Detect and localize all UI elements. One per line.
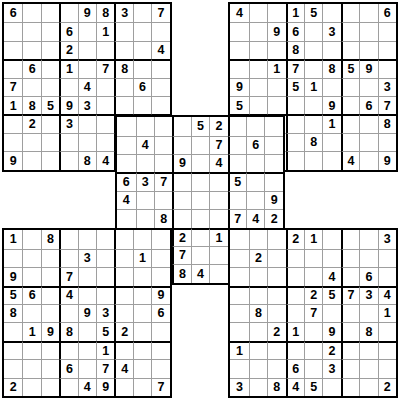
- empty-cell[interactable]: [114, 286, 132, 304]
- empty-cell[interactable]: [59, 249, 77, 267]
- empty-cell[interactable]: [341, 267, 359, 285]
- given-cell: 5: [41, 96, 59, 114]
- empty-cell[interactable]: [322, 304, 340, 322]
- empty-cell[interactable]: [59, 133, 77, 151]
- empty-cell[interactable]: [154, 136, 172, 154]
- empty-cell[interactable]: [359, 4, 377, 22]
- empty-cell[interactable]: [304, 249, 322, 267]
- given-cell: 6: [22, 286, 40, 304]
- given-cell: 2: [304, 286, 322, 304]
- empty-cell[interactable]: [151, 359, 169, 377]
- empty-cell[interactable]: [341, 249, 359, 267]
- empty-cell[interactable]: [172, 209, 190, 227]
- empty-cell[interactable]: [359, 249, 377, 267]
- given-cell: 6: [246, 136, 264, 154]
- empty-cell[interactable]: [246, 172, 264, 190]
- given-cell: 8: [322, 59, 340, 77]
- empty-cell[interactable]: [133, 59, 151, 77]
- given-cell: 2: [22, 114, 40, 132]
- empty-cell[interactable]: [341, 359, 359, 377]
- empty-cell[interactable]: [341, 304, 359, 322]
- given-cell: 1: [4, 96, 22, 114]
- empty-cell[interactable]: [378, 41, 396, 59]
- empty-cell[interactable]: [117, 117, 135, 135]
- empty-cell[interactable]: [191, 136, 209, 154]
- given-cell: 4: [286, 378, 304, 396]
- empty-cell[interactable]: [41, 304, 59, 322]
- empty-cell[interactable]: [133, 304, 151, 322]
- empty-cell[interactable]: [304, 359, 322, 377]
- given-cell: 7: [172, 246, 190, 264]
- empty-cell[interactable]: [78, 133, 96, 151]
- empty-cell[interactable]: [78, 341, 96, 359]
- empty-cell[interactable]: [136, 209, 154, 227]
- empty-cell[interactable]: [172, 117, 190, 135]
- empty-cell[interactable]: [267, 4, 285, 22]
- empty-cell[interactable]: [264, 136, 282, 154]
- empty-cell[interactable]: [286, 151, 304, 169]
- given-cell: 1: [209, 228, 227, 246]
- empty-cell[interactable]: [246, 154, 264, 172]
- empty-cell[interactable]: [59, 378, 77, 396]
- empty-cell[interactable]: [304, 59, 322, 77]
- given-cell: 8: [172, 264, 190, 282]
- empty-cell[interactable]: [78, 41, 96, 59]
- empty-cell[interactable]: [230, 286, 248, 304]
- empty-cell[interactable]: [22, 230, 40, 248]
- empty-cell[interactable]: [322, 378, 340, 396]
- empty-cell[interactable]: [378, 249, 396, 267]
- empty-cell[interactable]: [41, 286, 59, 304]
- empty-cell[interactable]: [114, 41, 132, 59]
- given-cell: 1: [96, 341, 114, 359]
- empty-cell[interactable]: [133, 230, 151, 248]
- empty-cell[interactable]: [78, 322, 96, 340]
- empty-cell[interactable]: [41, 59, 59, 77]
- empty-cell[interactable]: [191, 191, 209, 209]
- empty-cell[interactable]: [359, 359, 377, 377]
- empty-cell[interactable]: [267, 267, 285, 285]
- given-cell: 6: [133, 78, 151, 96]
- given-cell: 8: [286, 41, 304, 59]
- empty-cell[interactable]: [133, 286, 151, 304]
- empty-cell[interactable]: [304, 341, 322, 359]
- empty-cell[interactable]: [378, 267, 396, 285]
- given-cell: 6: [286, 22, 304, 40]
- given-cell: 9: [151, 286, 169, 304]
- empty-cell[interactable]: [264, 117, 282, 135]
- empty-cell[interactable]: [191, 154, 209, 172]
- empty-cell[interactable]: [230, 304, 248, 322]
- empty-cell[interactable]: [78, 359, 96, 377]
- empty-cell[interactable]: [209, 191, 227, 209]
- empty-cell[interactable]: [249, 359, 267, 377]
- empty-cell[interactable]: [209, 172, 227, 190]
- given-cell: 3: [114, 4, 132, 22]
- empty-cell[interactable]: [172, 191, 190, 209]
- given-cell: 7: [154, 172, 172, 190]
- empty-cell[interactable]: [359, 151, 377, 169]
- given-cell: 3: [322, 22, 340, 40]
- given-cell: 7: [209, 136, 227, 154]
- given-cell: 3: [78, 96, 96, 114]
- empty-cell[interactable]: [136, 117, 154, 135]
- given-cell: 4: [78, 378, 96, 396]
- empty-cell[interactable]: [230, 22, 248, 40]
- empty-cell[interactable]: [59, 4, 77, 22]
- empty-cell[interactable]: [59, 230, 77, 248]
- given-cell: 6: [4, 4, 22, 22]
- empty-cell[interactable]: [304, 22, 322, 40]
- empty-cell[interactable]: [286, 267, 304, 285]
- empty-cell[interactable]: [4, 341, 22, 359]
- empty-cell[interactable]: [341, 96, 359, 114]
- empty-cell[interactable]: [341, 322, 359, 340]
- empty-cell[interactable]: [322, 151, 340, 169]
- empty-cell[interactable]: [249, 4, 267, 22]
- empty-cell[interactable]: [359, 133, 377, 151]
- given-cell: 9: [4, 267, 22, 285]
- empty-cell[interactable]: [114, 230, 132, 248]
- empty-cell[interactable]: [267, 304, 285, 322]
- empty-cell[interactable]: [41, 41, 59, 59]
- empty-cell[interactable]: [322, 133, 340, 151]
- empty-cell[interactable]: [114, 341, 132, 359]
- given-cell: 3: [136, 172, 154, 190]
- empty-cell[interactable]: [22, 4, 40, 22]
- grid-bottom-right: 213246257348712198126338452: [228, 228, 398, 398]
- given-cell: 6: [59, 359, 77, 377]
- empty-cell[interactable]: [41, 151, 59, 169]
- empty-cell[interactable]: [230, 59, 248, 77]
- given-cell: 9: [359, 59, 377, 77]
- given-cell: 4: [378, 286, 396, 304]
- empty-cell[interactable]: [78, 267, 96, 285]
- empty-cell[interactable]: [304, 322, 322, 340]
- empty-cell[interactable]: [22, 341, 40, 359]
- empty-cell[interactable]: [133, 359, 151, 377]
- empty-cell[interactable]: [359, 378, 377, 396]
- empty-cell[interactable]: [267, 286, 285, 304]
- empty-cell[interactable]: [96, 78, 114, 96]
- empty-cell[interactable]: [267, 41, 285, 59]
- empty-cell[interactable]: [209, 264, 227, 282]
- given-cell: 5: [322, 286, 340, 304]
- empty-cell[interactable]: [264, 172, 282, 190]
- empty-cell[interactable]: [267, 96, 285, 114]
- empty-cell[interactable]: [114, 267, 132, 285]
- empty-cell[interactable]: [117, 154, 135, 172]
- empty-cell[interactable]: [341, 341, 359, 359]
- empty-cell[interactable]: [41, 267, 59, 285]
- empty-cell[interactable]: [378, 359, 396, 377]
- empty-cell[interactable]: [230, 41, 248, 59]
- empty-cell[interactable]: [78, 286, 96, 304]
- empty-cell[interactable]: [151, 78, 169, 96]
- empty-cell[interactable]: [286, 133, 304, 151]
- empty-cell[interactable]: [304, 114, 322, 132]
- empty-cell[interactable]: [41, 22, 59, 40]
- empty-cell[interactable]: [341, 114, 359, 132]
- empty-cell[interactable]: [4, 133, 22, 151]
- empty-cell[interactable]: [133, 378, 151, 396]
- given-cell: 4: [341, 151, 359, 169]
- empty-cell[interactable]: [22, 359, 40, 377]
- empty-cell[interactable]: [41, 114, 59, 132]
- empty-cell[interactable]: [304, 41, 322, 59]
- given-cell: 7: [59, 267, 77, 285]
- given-cell: 9: [264, 191, 282, 209]
- given-cell: 7: [96, 359, 114, 377]
- given-cell: 8: [22, 96, 40, 114]
- empty-cell[interactable]: [151, 341, 169, 359]
- given-cell: 6: [117, 172, 135, 190]
- given-cell: 9: [322, 322, 340, 340]
- empty-cell[interactable]: [249, 22, 267, 40]
- empty-cell[interactable]: [191, 209, 209, 227]
- empty-cell[interactable]: [249, 341, 267, 359]
- empty-cell[interactable]: [341, 378, 359, 396]
- given-cell: 8: [359, 322, 377, 340]
- empty-cell[interactable]: [341, 78, 359, 96]
- empty-cell[interactable]: [133, 96, 151, 114]
- grid-bottom-left: 183197564989361985216742497: [2, 228, 172, 398]
- empty-cell[interactable]: [322, 249, 340, 267]
- empty-cell[interactable]: [117, 209, 135, 227]
- given-cell: 4: [209, 154, 227, 172]
- empty-cell[interactable]: [209, 246, 227, 264]
- given-cell: 8: [304, 133, 322, 151]
- empty-cell[interactable]: [249, 322, 267, 340]
- empty-cell[interactable]: [230, 322, 248, 340]
- empty-cell[interactable]: [114, 78, 132, 96]
- given-cell: 1: [133, 249, 151, 267]
- empty-cell[interactable]: [151, 59, 169, 77]
- empty-cell[interactable]: [22, 22, 40, 40]
- empty-cell[interactable]: [209, 209, 227, 227]
- empty-cell[interactable]: [264, 154, 282, 172]
- empty-cell[interactable]: [4, 359, 22, 377]
- empty-cell[interactable]: [378, 322, 396, 340]
- empty-cell[interactable]: [22, 378, 40, 396]
- empty-cell[interactable]: [341, 22, 359, 40]
- empty-cell[interactable]: [4, 322, 22, 340]
- empty-cell[interactable]: [114, 96, 132, 114]
- empty-cell[interactable]: [59, 78, 77, 96]
- empty-cell[interactable]: [249, 378, 267, 396]
- empty-cell[interactable]: [378, 341, 396, 359]
- empty-cell[interactable]: [341, 4, 359, 22]
- empty-cell[interactable]: [172, 136, 190, 154]
- empty-cell[interactable]: [133, 4, 151, 22]
- empty-cell[interactable]: [249, 230, 267, 248]
- empty-cell[interactable]: [228, 191, 246, 209]
- empty-cell[interactable]: [151, 249, 169, 267]
- empty-cell[interactable]: [114, 378, 132, 396]
- empty-cell[interactable]: [41, 359, 59, 377]
- empty-cell[interactable]: [22, 133, 40, 151]
- empty-cell[interactable]: [246, 191, 264, 209]
- empty-cell[interactable]: [151, 96, 169, 114]
- given-cell: 2: [322, 341, 340, 359]
- empty-cell[interactable]: [41, 78, 59, 96]
- given-cell: 1: [286, 4, 304, 22]
- given-cell: 6: [286, 359, 304, 377]
- empty-cell[interactable]: [136, 154, 154, 172]
- empty-cell[interactable]: [249, 267, 267, 285]
- empty-cell[interactable]: [133, 22, 151, 40]
- empty-cell[interactable]: [267, 359, 285, 377]
- empty-cell[interactable]: [230, 249, 248, 267]
- empty-cell[interactable]: [4, 114, 22, 132]
- empty-cell[interactable]: [286, 286, 304, 304]
- empty-cell[interactable]: [22, 267, 40, 285]
- empty-cell[interactable]: [267, 230, 285, 248]
- empty-cell[interactable]: [59, 151, 77, 169]
- empty-cell[interactable]: [59, 304, 77, 322]
- empty-cell[interactable]: [41, 4, 59, 22]
- empty-cell[interactable]: [96, 267, 114, 285]
- empty-cell[interactable]: [154, 191, 172, 209]
- empty-cell[interactable]: [78, 114, 96, 132]
- given-cell: 2: [249, 249, 267, 267]
- empty-cell[interactable]: [96, 249, 114, 267]
- empty-cell[interactable]: [322, 41, 340, 59]
- empty-cell[interactable]: [286, 249, 304, 267]
- empty-cell[interactable]: [41, 249, 59, 267]
- empty-cell[interactable]: [322, 78, 340, 96]
- empty-cell[interactable]: [249, 41, 267, 59]
- empty-cell[interactable]: [267, 249, 285, 267]
- empty-cell[interactable]: [230, 267, 248, 285]
- empty-cell[interactable]: [151, 267, 169, 285]
- empty-cell[interactable]: [267, 78, 285, 96]
- empty-cell[interactable]: [151, 230, 169, 248]
- given-cell: 9: [172, 154, 190, 172]
- empty-cell[interactable]: [114, 249, 132, 267]
- empty-cell[interactable]: [249, 78, 267, 96]
- empty-cell[interactable]: [304, 151, 322, 169]
- given-cell: 7: [151, 4, 169, 22]
- empty-cell[interactable]: [117, 136, 135, 154]
- empty-cell[interactable]: [286, 341, 304, 359]
- empty-cell[interactable]: [151, 22, 169, 40]
- empty-cell[interactable]: [22, 304, 40, 322]
- empty-cell[interactable]: [136, 191, 154, 209]
- empty-cell[interactable]: [78, 230, 96, 248]
- empty-cell[interactable]: [249, 59, 267, 77]
- given-cell: 8: [378, 114, 396, 132]
- empty-cell[interactable]: [41, 341, 59, 359]
- empty-cell[interactable]: [41, 133, 59, 151]
- empty-cell[interactable]: [96, 41, 114, 59]
- empty-cell[interactable]: [114, 304, 132, 322]
- empty-cell[interactable]: [341, 41, 359, 59]
- empty-cell[interactable]: [249, 286, 267, 304]
- empty-cell[interactable]: [378, 59, 396, 77]
- empty-cell[interactable]: [78, 59, 96, 77]
- empty-cell[interactable]: [359, 341, 377, 359]
- empty-cell[interactable]: [191, 246, 209, 264]
- given-cell: 2: [286, 230, 304, 248]
- empty-cell[interactable]: [378, 22, 396, 40]
- empty-cell[interactable]: [96, 133, 114, 151]
- empty-cell[interactable]: [4, 41, 22, 59]
- given-cell: 6: [59, 22, 77, 40]
- empty-cell[interactable]: [286, 114, 304, 132]
- empty-cell[interactable]: [172, 172, 190, 190]
- empty-cell[interactable]: [154, 154, 172, 172]
- empty-cell[interactable]: [4, 59, 22, 77]
- empty-cell[interactable]: [41, 378, 59, 396]
- empty-cell[interactable]: [322, 4, 340, 22]
- empty-cell[interactable]: [359, 41, 377, 59]
- empty-cell[interactable]: [154, 117, 172, 135]
- empty-cell[interactable]: [22, 41, 40, 59]
- empty-cell[interactable]: [359, 114, 377, 132]
- empty-cell[interactable]: [78, 22, 96, 40]
- empty-cell[interactable]: [322, 230, 340, 248]
- empty-cell[interactable]: [114, 22, 132, 40]
- empty-cell[interactable]: [304, 96, 322, 114]
- given-cell: 5: [230, 96, 248, 114]
- empty-cell[interactable]: [133, 41, 151, 59]
- empty-cell[interactable]: [359, 304, 377, 322]
- given-cell: 9: [78, 304, 96, 322]
- empty-cell[interactable]: [341, 230, 359, 248]
- empty-cell[interactable]: [22, 78, 40, 96]
- empty-cell[interactable]: [59, 341, 77, 359]
- empty-cell[interactable]: [151, 322, 169, 340]
- given-cell: 6: [359, 267, 377, 285]
- given-cell: 5: [191, 117, 209, 135]
- empty-cell[interactable]: [286, 96, 304, 114]
- given-cell: 5: [304, 378, 322, 396]
- empty-cell[interactable]: [133, 341, 151, 359]
- empty-cell[interactable]: [378, 133, 396, 151]
- empty-cell[interactable]: [96, 114, 114, 132]
- empty-cell[interactable]: [4, 249, 22, 267]
- given-cell: 4: [322, 267, 340, 285]
- empty-cell[interactable]: [133, 267, 151, 285]
- empty-cell[interactable]: [359, 22, 377, 40]
- empty-cell[interactable]: [228, 117, 246, 135]
- empty-cell[interactable]: [133, 322, 151, 340]
- empty-cell[interactable]: [4, 22, 22, 40]
- empty-cell[interactable]: [359, 230, 377, 248]
- empty-cell[interactable]: [230, 230, 248, 248]
- given-cell: 4: [191, 264, 209, 282]
- empty-cell[interactable]: [96, 286, 114, 304]
- empty-cell[interactable]: [96, 96, 114, 114]
- given-cell: 8: [78, 151, 96, 169]
- empty-cell[interactable]: [286, 304, 304, 322]
- empty-cell[interactable]: [191, 228, 209, 246]
- empty-cell[interactable]: [228, 136, 246, 154]
- empty-cell[interactable]: [22, 151, 40, 169]
- empty-cell[interactable]: [359, 78, 377, 96]
- empty-cell[interactable]: [341, 133, 359, 151]
- empty-cell[interactable]: [246, 117, 264, 135]
- empty-cell[interactable]: [267, 341, 285, 359]
- empty-cell[interactable]: [249, 96, 267, 114]
- empty-cell[interactable]: [191, 172, 209, 190]
- empty-cell[interactable]: [96, 230, 114, 248]
- empty-cell[interactable]: [230, 359, 248, 377]
- empty-cell[interactable]: [304, 267, 322, 285]
- empty-cell[interactable]: [22, 249, 40, 267]
- empty-cell[interactable]: [228, 154, 246, 172]
